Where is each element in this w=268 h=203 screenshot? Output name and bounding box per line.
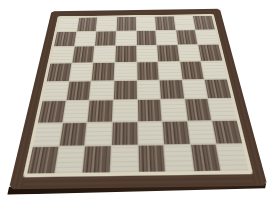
square-d7[interactable] (116, 31, 136, 46)
chess-board (9, 9, 268, 189)
square-b4[interactable] (66, 81, 91, 100)
square-b7[interactable] (75, 31, 96, 46)
board-photo (0, 0, 268, 203)
square-a2[interactable] (33, 123, 62, 146)
square-b3[interactable] (63, 101, 89, 122)
square-d5[interactable] (115, 62, 137, 79)
square-e7[interactable] (136, 31, 156, 46)
square-e8[interactable] (136, 17, 155, 31)
square-a5[interactable] (47, 63, 71, 81)
square-e5[interactable] (137, 62, 159, 79)
square-b6[interactable] (72, 47, 94, 63)
square-f3[interactable] (161, 99, 186, 120)
square-e4[interactable] (137, 80, 160, 99)
square-f2[interactable] (163, 121, 190, 144)
square-c2[interactable] (86, 122, 112, 145)
square-a4[interactable] (43, 81, 69, 100)
square-b1[interactable] (55, 147, 84, 173)
square-e6[interactable] (137, 46, 158, 62)
square-g4[interactable] (182, 79, 207, 98)
square-h3[interactable] (209, 99, 237, 120)
square-e3[interactable] (137, 100, 161, 121)
square-f8[interactable] (155, 16, 175, 30)
square-h8[interactable] (193, 16, 214, 29)
square-a3[interactable] (38, 101, 65, 122)
square-h7[interactable] (196, 30, 218, 45)
square-b8[interactable] (77, 17, 97, 31)
square-g1[interactable] (191, 145, 221, 171)
square-f7[interactable] (156, 30, 177, 45)
square-b5[interactable] (69, 63, 92, 80)
square-c6[interactable] (94, 46, 115, 62)
square-g2[interactable] (188, 121, 216, 144)
square-c5[interactable] (92, 63, 114, 80)
square-d6[interactable] (115, 46, 136, 62)
square-c4[interactable] (90, 81, 113, 100)
square-f4[interactable] (160, 80, 184, 99)
square-c8[interactable] (97, 17, 117, 31)
board-grid (27, 16, 248, 174)
square-c7[interactable] (95, 31, 115, 46)
square-h4[interactable] (205, 79, 231, 98)
square-f6[interactable] (157, 45, 179, 61)
square-h5[interactable] (202, 61, 227, 78)
square-f5[interactable] (159, 62, 182, 79)
square-g8[interactable] (174, 16, 195, 29)
square-a7[interactable] (54, 32, 76, 47)
square-e2[interactable] (138, 122, 163, 145)
board-scene (0, 0, 268, 203)
square-g6[interactable] (178, 45, 201, 61)
square-d1[interactable] (111, 146, 138, 172)
square-a8[interactable] (57, 18, 78, 32)
square-g7[interactable] (176, 30, 198, 45)
square-d4[interactable] (114, 80, 137, 99)
square-h6[interactable] (199, 45, 223, 61)
square-d8[interactable] (117, 17, 136, 31)
square-g3[interactable] (185, 99, 212, 120)
square-g5[interactable] (180, 61, 204, 78)
square-a1[interactable] (27, 147, 58, 173)
square-f1[interactable] (165, 145, 193, 171)
square-a6[interactable] (51, 47, 74, 63)
square-d2[interactable] (112, 122, 137, 145)
square-c3[interactable] (88, 100, 113, 121)
square-e1[interactable] (138, 146, 165, 172)
square-d3[interactable] (113, 100, 137, 121)
square-b2[interactable] (59, 123, 86, 146)
square-c1[interactable] (83, 147, 111, 173)
